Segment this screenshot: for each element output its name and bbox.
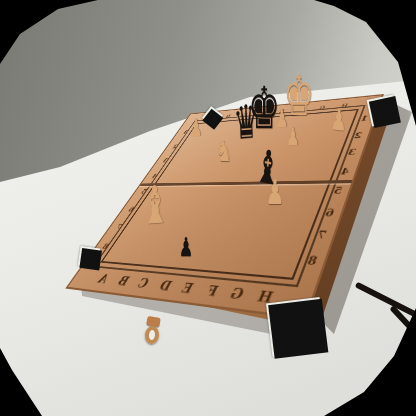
piece-white-knight-c3: ♞ — [215, 136, 232, 166]
piece-black-pawn-d8: ♟ — [179, 234, 193, 260]
piece-white-pawn-f5: ♟ — [266, 176, 285, 210]
chessboard-photo-scene: ABCDEFGHABCDEFGH1234567812345678 ♚♟♟♚♟♛♟… — [0, 0, 416, 416]
piece-white-pawn-f2: ♟ — [286, 125, 299, 149]
piece-black-queen-d2: ♛ — [232, 97, 259, 145]
piece-white-pawn-a1: ♟ — [189, 116, 202, 140]
aruco-marker-near-right — [266, 297, 326, 357]
aruco-marker-far-right — [366, 94, 398, 126]
aruco-marker-near-left — [78, 246, 101, 269]
piece-white-pawn-h2: ♟ — [330, 104, 348, 136]
piece-white-bishop-b7: ♝ — [140, 178, 171, 232]
